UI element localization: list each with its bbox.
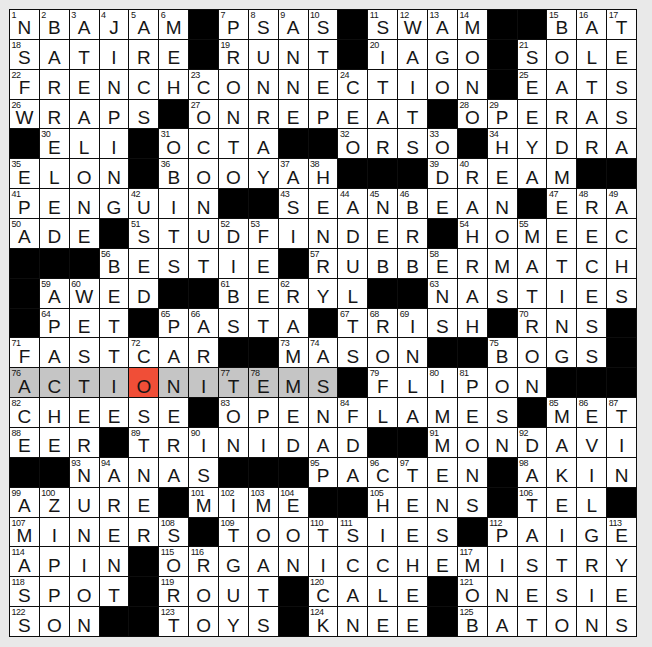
letter-cell[interactable]: H: [607, 249, 636, 278]
letter-cell[interactable]: 63N: [428, 279, 457, 308]
letter-cell[interactable]: 43S: [279, 189, 308, 218]
letter-cell[interactable]: 48R: [577, 189, 606, 218]
letter-cell[interactable]: T: [100, 338, 129, 367]
letter-cell[interactable]: E: [398, 607, 427, 636]
letter-cell[interactable]: E: [428, 189, 457, 218]
letter-cell[interactable]: N: [279, 40, 308, 69]
letter-cell[interactable]: E: [368, 607, 397, 636]
letter-cell[interactable]: 47E: [547, 189, 576, 218]
letter-cell[interactable]: S: [428, 518, 457, 547]
letter-cell[interactable]: E: [100, 279, 129, 308]
letter-cell[interactable]: R: [458, 249, 487, 278]
letter-cell[interactable]: E: [577, 279, 606, 308]
letter-cell[interactable]: 98A: [518, 458, 547, 487]
letter-cell[interactable]: 101M: [189, 488, 218, 517]
letter-cell[interactable]: 109T: [219, 518, 248, 547]
letter-cell[interactable]: E: [398, 488, 427, 517]
letter-cell[interactable]: L: [40, 159, 69, 188]
letter-cell[interactable]: 83O: [219, 398, 248, 427]
letter-cell[interactable]: E: [100, 518, 129, 547]
letter-cell[interactable]: O: [40, 607, 69, 636]
letter-cell[interactable]: R: [70, 428, 99, 457]
letter-cell[interactable]: R: [249, 100, 278, 129]
letter-cell[interactable]: N: [100, 159, 129, 188]
letter-cell[interactable]: G: [100, 189, 129, 218]
letter-cell[interactable]: 95P: [309, 458, 338, 487]
letter-cell[interactable]: 97T: [398, 458, 427, 487]
letter-cell[interactable]: 73M: [279, 338, 308, 367]
letter-cell[interactable]: I: [547, 518, 576, 547]
letter-cell[interactable]: 102I: [219, 488, 248, 517]
letter-cell[interactable]: 106T: [518, 488, 547, 517]
letter-cell[interactable]: S: [189, 458, 218, 487]
letter-cell[interactable]: O: [488, 219, 517, 248]
letter-cell[interactable]: E: [518, 577, 547, 606]
letter-cell[interactable]: U: [70, 488, 99, 517]
letter-cell[interactable]: 123T: [159, 607, 188, 636]
letter-cell[interactable]: E: [338, 100, 367, 129]
letter-cell[interactable]: A: [249, 129, 278, 158]
letter-cell[interactable]: P: [100, 100, 129, 129]
letter-cell[interactable]: 70R: [518, 309, 547, 338]
letter-cell[interactable]: 24C: [338, 70, 367, 99]
letter-cell[interactable]: E: [368, 219, 397, 248]
letter-cell[interactable]: E: [398, 518, 427, 547]
letter-cell[interactable]: 13A: [428, 10, 457, 39]
letter-cell[interactable]: 86E: [577, 398, 606, 427]
letter-cell[interactable]: S: [428, 309, 457, 338]
letter-cell[interactable]: E: [249, 249, 278, 278]
letter-cell[interactable]: 16A: [577, 10, 606, 39]
letter-cell[interactable]: N: [249, 70, 278, 99]
letter-cell[interactable]: I: [70, 547, 99, 576]
letter-cell[interactable]: C: [368, 547, 397, 576]
letter-cell[interactable]: S: [458, 488, 487, 517]
highlighted-red-cell[interactable]: O: [129, 368, 158, 397]
letter-cell[interactable]: E: [70, 309, 99, 338]
letter-cell[interactable]: N: [488, 577, 517, 606]
letter-cell[interactable]: 105H: [368, 488, 397, 517]
letter-cell[interactable]: N: [309, 219, 338, 248]
letter-cell[interactable]: O: [189, 577, 218, 606]
letter-cell[interactable]: O: [488, 368, 517, 397]
letter-cell[interactable]: R: [398, 219, 427, 248]
letter-cell[interactable]: I: [547, 279, 576, 308]
letter-cell[interactable]: N: [70, 189, 99, 218]
letter-cell[interactable]: 100Z: [40, 488, 69, 517]
letter-cell[interactable]: E: [607, 577, 636, 606]
letter-cell[interactable]: R: [100, 488, 129, 517]
letter-cell[interactable]: 37A: [279, 159, 308, 188]
letter-cell[interactable]: S: [488, 398, 517, 427]
letter-cell[interactable]: 93N: [70, 458, 99, 487]
letter-cell[interactable]: A: [547, 428, 576, 457]
letter-cell[interactable]: O: [70, 577, 99, 606]
letter-cell[interactable]: A: [398, 398, 427, 427]
letter-cell[interactable]: 122S: [10, 607, 39, 636]
letter-cell[interactable]: 76A: [10, 368, 39, 397]
letter-cell[interactable]: 62R: [279, 279, 308, 308]
letter-cell[interactable]: O: [428, 70, 457, 99]
letter-cell[interactable]: 125B: [458, 607, 487, 636]
letter-cell[interactable]: 59A: [40, 279, 69, 308]
letter-cell[interactable]: I: [309, 547, 338, 576]
letter-cell[interactable]: A: [309, 428, 338, 457]
letter-cell[interactable]: G: [219, 547, 248, 576]
letter-cell[interactable]: 30E: [40, 129, 69, 158]
letter-cell[interactable]: M: [488, 249, 517, 278]
letter-cell[interactable]: E: [70, 219, 99, 248]
letter-cell[interactable]: 116R: [189, 547, 218, 576]
letter-cell[interactable]: C: [129, 70, 158, 99]
letter-cell[interactable]: S: [547, 577, 576, 606]
letter-cell[interactable]: I: [488, 547, 517, 576]
letter-cell[interactable]: R: [159, 428, 188, 457]
letter-cell[interactable]: A: [159, 458, 188, 487]
letter-cell[interactable]: 56B: [100, 249, 129, 278]
letter-cell[interactable]: A: [398, 40, 427, 69]
letter-cell[interactable]: 57R: [309, 249, 338, 278]
letter-cell[interactable]: E: [547, 488, 576, 517]
letter-cell[interactable]: 27O: [189, 100, 218, 129]
letter-cell[interactable]: A: [518, 159, 547, 188]
letter-cell[interactable]: 12W: [398, 10, 427, 39]
letter-cell[interactable]: 61B: [219, 279, 248, 308]
letter-cell[interactable]: A: [577, 100, 606, 129]
letter-cell[interactable]: 115O: [159, 547, 188, 576]
letter-cell[interactable]: A: [607, 129, 636, 158]
letter-cell[interactable]: Y: [249, 159, 278, 188]
letter-cell[interactable]: 72C: [129, 338, 158, 367]
letter-cell[interactable]: E: [279, 100, 308, 129]
letter-cell[interactable]: 1N: [10, 10, 39, 39]
letter-cell[interactable]: T: [547, 547, 576, 576]
letter-cell[interactable]: 23C: [189, 70, 218, 99]
letter-cell[interactable]: 117M: [458, 547, 487, 576]
letter-cell[interactable]: E: [547, 219, 576, 248]
letter-cell[interactable]: 69I: [398, 309, 427, 338]
letter-cell[interactable]: G: [577, 518, 606, 547]
letter-cell[interactable]: N: [398, 338, 427, 367]
letter-cell[interactable]: O: [518, 338, 547, 367]
letter-cell[interactable]: 5A: [129, 10, 158, 39]
letter-cell[interactable]: 29P: [488, 100, 517, 129]
letter-cell[interactable]: T: [398, 100, 427, 129]
letter-cell[interactable]: 124K: [309, 607, 338, 636]
letter-cell[interactable]: T: [518, 607, 547, 636]
letter-cell[interactable]: S: [129, 100, 158, 129]
letter-cell[interactable]: V: [577, 428, 606, 457]
letter-cell[interactable]: A: [249, 547, 278, 576]
letter-cell[interactable]: 96C: [368, 458, 397, 487]
letter-cell[interactable]: D: [40, 219, 69, 248]
letter-cell[interactable]: 17T: [607, 10, 636, 39]
letter-cell[interactable]: 99A: [10, 488, 39, 517]
letter-cell[interactable]: L: [577, 488, 606, 517]
letter-cell[interactable]: L: [368, 577, 397, 606]
letter-cell[interactable]: N: [338, 607, 367, 636]
letter-cell[interactable]: 7P: [219, 10, 248, 39]
letter-cell[interactable]: 65P: [159, 309, 188, 338]
letter-cell[interactable]: 75B: [488, 338, 517, 367]
letter-cell[interactable]: L: [368, 398, 397, 427]
letter-cell[interactable]: S: [309, 368, 338, 397]
letter-cell[interactable]: Y: [219, 607, 248, 636]
letter-cell[interactable]: U: [338, 249, 367, 278]
letter-cell[interactable]: D: [279, 428, 308, 457]
letter-cell[interactable]: L: [398, 368, 427, 397]
letter-cell[interactable]: N: [159, 368, 188, 397]
letter-cell[interactable]: S: [607, 100, 636, 129]
letter-cell[interactable]: 25E: [518, 70, 547, 99]
letter-cell[interactable]: 38H: [309, 159, 338, 188]
letter-cell[interactable]: R: [129, 518, 158, 547]
letter-cell[interactable]: 113E: [607, 518, 636, 547]
letter-cell[interactable]: E: [428, 458, 457, 487]
letter-cell[interactable]: 4J: [100, 10, 129, 39]
letter-cell[interactable]: R: [129, 40, 158, 69]
letter-cell[interactable]: N: [309, 398, 338, 427]
letter-cell[interactable]: 52D: [219, 219, 248, 248]
letter-cell[interactable]: 2B: [40, 10, 69, 39]
letter-cell[interactable]: 18S: [10, 40, 39, 69]
letter-cell[interactable]: S: [249, 607, 278, 636]
letter-cell[interactable]: E: [577, 219, 606, 248]
letter-cell[interactable]: A: [488, 607, 517, 636]
letter-cell[interactable]: 88E: [10, 428, 39, 457]
letter-cell[interactable]: 28O: [458, 100, 487, 129]
letter-cell[interactable]: G: [547, 338, 576, 367]
letter-cell[interactable]: I: [159, 189, 188, 218]
letter-cell[interactable]: 85M: [547, 398, 576, 427]
letter-cell[interactable]: 90I: [189, 428, 218, 457]
letter-cell[interactable]: 60W: [70, 279, 99, 308]
letter-cell[interactable]: D: [338, 219, 367, 248]
letter-cell[interactable]: 82C: [10, 398, 39, 427]
letter-cell[interactable]: 33O: [428, 129, 457, 158]
letter-cell[interactable]: I: [368, 518, 397, 547]
letter-cell[interactable]: 11S: [368, 10, 397, 39]
letter-cell[interactable]: K: [547, 458, 576, 487]
letter-cell[interactable]: T: [577, 70, 606, 99]
letter-cell[interactable]: S: [607, 607, 636, 636]
letter-cell[interactable]: 87T: [607, 398, 636, 427]
letter-cell[interactable]: 3A: [70, 10, 99, 39]
letter-cell[interactable]: O: [189, 159, 218, 188]
letter-cell[interactable]: A: [518, 249, 547, 278]
letter-cell[interactable]: O: [219, 70, 248, 99]
letter-cell[interactable]: 35E: [10, 159, 39, 188]
letter-cell[interactable]: N: [279, 547, 308, 576]
letter-cell[interactable]: S: [607, 70, 636, 99]
letter-cell[interactable]: T: [189, 249, 218, 278]
letter-cell[interactable]: N: [607, 458, 636, 487]
letter-cell[interactable]: N: [100, 70, 129, 99]
letter-cell[interactable]: E: [398, 577, 427, 606]
letter-cell[interactable]: R: [577, 547, 606, 576]
letter-cell[interactable]: R: [40, 100, 69, 129]
letter-cell[interactable]: N: [189, 189, 218, 218]
letter-cell[interactable]: N: [488, 189, 517, 218]
letter-cell[interactable]: U: [219, 577, 248, 606]
letter-cell[interactable]: S: [129, 398, 158, 427]
letter-cell[interactable]: E: [518, 100, 547, 129]
letter-cell[interactable]: E: [488, 159, 517, 188]
letter-cell[interactable]: S: [219, 309, 248, 338]
letter-cell[interactable]: T: [249, 309, 278, 338]
letter-cell[interactable]: 104E: [279, 488, 308, 517]
letter-cell[interactable]: 94A: [100, 458, 129, 487]
letter-cell[interactable]: 119R: [159, 577, 188, 606]
letter-cell[interactable]: E: [159, 398, 188, 427]
letter-cell[interactable]: 121O: [458, 577, 487, 606]
letter-cell[interactable]: N: [458, 458, 487, 487]
letter-cell[interactable]: 26W: [10, 100, 39, 129]
letter-cell[interactable]: 50A: [10, 219, 39, 248]
letter-cell[interactable]: E: [279, 398, 308, 427]
letter-cell[interactable]: A: [518, 518, 547, 547]
letter-cell[interactable]: 36B: [159, 159, 188, 188]
letter-cell[interactable]: 42U: [129, 189, 158, 218]
letter-cell[interactable]: N: [547, 309, 576, 338]
letter-cell[interactable]: 55M: [518, 219, 547, 248]
letter-cell[interactable]: A: [338, 458, 367, 487]
letter-cell[interactable]: N: [577, 607, 606, 636]
letter-cell[interactable]: N: [70, 518, 99, 547]
letter-cell[interactable]: Y: [309, 279, 338, 308]
letter-cell[interactable]: 118S: [10, 577, 39, 606]
letter-cell[interactable]: S: [577, 338, 606, 367]
letter-cell[interactable]: I: [398, 70, 427, 99]
letter-cell[interactable]: A: [368, 100, 397, 129]
letter-cell[interactable]: O: [458, 428, 487, 457]
letter-cell[interactable]: 58E: [428, 249, 457, 278]
letter-cell[interactable]: N: [70, 607, 99, 636]
letter-cell[interactable]: E: [70, 398, 99, 427]
letter-cell[interactable]: 120C: [309, 577, 338, 606]
letter-cell[interactable]: B: [398, 249, 427, 278]
letter-cell[interactable]: T: [547, 249, 576, 278]
letter-cell[interactable]: S: [577, 309, 606, 338]
letter-cell[interactable]: 21S: [518, 40, 547, 69]
letter-cell[interactable]: E: [129, 488, 158, 517]
letter-cell[interactable]: 111S: [338, 518, 367, 547]
letter-cell[interactable]: 74A: [309, 338, 338, 367]
letter-cell[interactable]: S: [70, 338, 99, 367]
letter-cell[interactable]: 110T: [309, 518, 338, 547]
letter-cell[interactable]: 64P: [40, 309, 69, 338]
letter-cell[interactable]: T: [100, 309, 129, 338]
letter-cell[interactable]: S: [518, 547, 547, 576]
letter-cell[interactable]: 14M: [458, 10, 487, 39]
letter-cell[interactable]: 107M: [10, 518, 39, 547]
letter-cell[interactable]: S: [398, 129, 427, 158]
letter-cell[interactable]: I: [219, 249, 248, 278]
letter-cell[interactable]: C: [189, 129, 218, 158]
letter-cell[interactable]: G: [428, 40, 457, 69]
letter-cell[interactable]: 6M: [159, 10, 188, 39]
letter-cell[interactable]: A: [458, 189, 487, 218]
letter-cell[interactable]: 68R: [368, 309, 397, 338]
letter-cell[interactable]: T: [70, 40, 99, 69]
letter-cell[interactable]: Y: [607, 547, 636, 576]
letter-cell[interactable]: 92D: [518, 428, 547, 457]
letter-cell[interactable]: P: [309, 100, 338, 129]
letter-cell[interactable]: I: [607, 428, 636, 457]
letter-cell[interactable]: 49A: [607, 189, 636, 218]
letter-cell[interactable]: T: [219, 129, 248, 158]
letter-cell[interactable]: 77T: [219, 368, 248, 397]
letter-cell[interactable]: O: [189, 607, 218, 636]
letter-cell[interactable]: A: [159, 338, 188, 367]
letter-cell[interactable]: P: [249, 398, 278, 427]
letter-cell[interactable]: O: [249, 518, 278, 547]
letter-cell[interactable]: D: [547, 129, 576, 158]
letter-cell[interactable]: E: [100, 398, 129, 427]
letter-cell[interactable]: R: [368, 129, 397, 158]
letter-cell[interactable]: P: [40, 577, 69, 606]
letter-cell[interactable]: I: [100, 129, 129, 158]
letter-cell[interactable]: A: [40, 40, 69, 69]
letter-cell[interactable]: U: [249, 40, 278, 69]
letter-cell[interactable]: 9A: [279, 10, 308, 39]
letter-cell[interactable]: T: [249, 577, 278, 606]
letter-cell[interactable]: S: [488, 279, 517, 308]
letter-cell[interactable]: H: [159, 70, 188, 99]
letter-cell[interactable]: E: [309, 189, 338, 218]
letter-cell[interactable]: L: [577, 40, 606, 69]
letter-cell[interactable]: L: [70, 129, 99, 158]
letter-cell[interactable]: 41P: [10, 189, 39, 218]
letter-cell[interactable]: E: [428, 547, 457, 576]
letter-cell[interactable]: D: [129, 279, 158, 308]
letter-cell[interactable]: R: [189, 338, 218, 367]
letter-cell[interactable]: O: [279, 518, 308, 547]
letter-cell[interactable]: 67T: [338, 309, 367, 338]
letter-cell[interactable]: I: [100, 368, 129, 397]
letter-cell[interactable]: 103M: [249, 488, 278, 517]
letter-cell[interactable]: I: [40, 518, 69, 547]
letter-cell[interactable]: H: [40, 398, 69, 427]
letter-cell[interactable]: C: [40, 368, 69, 397]
letter-cell[interactable]: N: [219, 100, 248, 129]
letter-cell[interactable]: 66A: [189, 309, 218, 338]
letter-cell[interactable]: S: [338, 338, 367, 367]
letter-cell[interactable]: E: [129, 249, 158, 278]
letter-cell[interactable]: A: [458, 279, 487, 308]
letter-cell[interactable]: C: [577, 249, 606, 278]
letter-cell[interactable]: U: [189, 219, 218, 248]
letter-cell[interactable]: 114A: [10, 547, 39, 576]
letter-cell[interactable]: O: [547, 40, 576, 69]
letter-cell[interactable]: E: [249, 279, 278, 308]
letter-cell[interactable]: N: [458, 70, 487, 99]
letter-cell[interactable]: I: [100, 40, 129, 69]
letter-cell[interactable]: N: [100, 547, 129, 576]
letter-cell[interactable]: 108S: [159, 518, 188, 547]
letter-cell[interactable]: 81P: [458, 368, 487, 397]
letter-cell[interactable]: 84F: [338, 398, 367, 427]
letter-cell[interactable]: O: [70, 159, 99, 188]
letter-cell[interactable]: 54H: [458, 219, 487, 248]
letter-cell[interactable]: T: [70, 368, 99, 397]
letter-cell[interactable]: 112P: [488, 518, 517, 547]
letter-cell[interactable]: L: [338, 279, 367, 308]
letter-cell[interactable]: E: [607, 40, 636, 69]
letter-cell[interactable]: N: [219, 428, 248, 457]
letter-cell[interactable]: D: [338, 428, 367, 457]
letter-cell[interactable]: E: [458, 398, 487, 427]
